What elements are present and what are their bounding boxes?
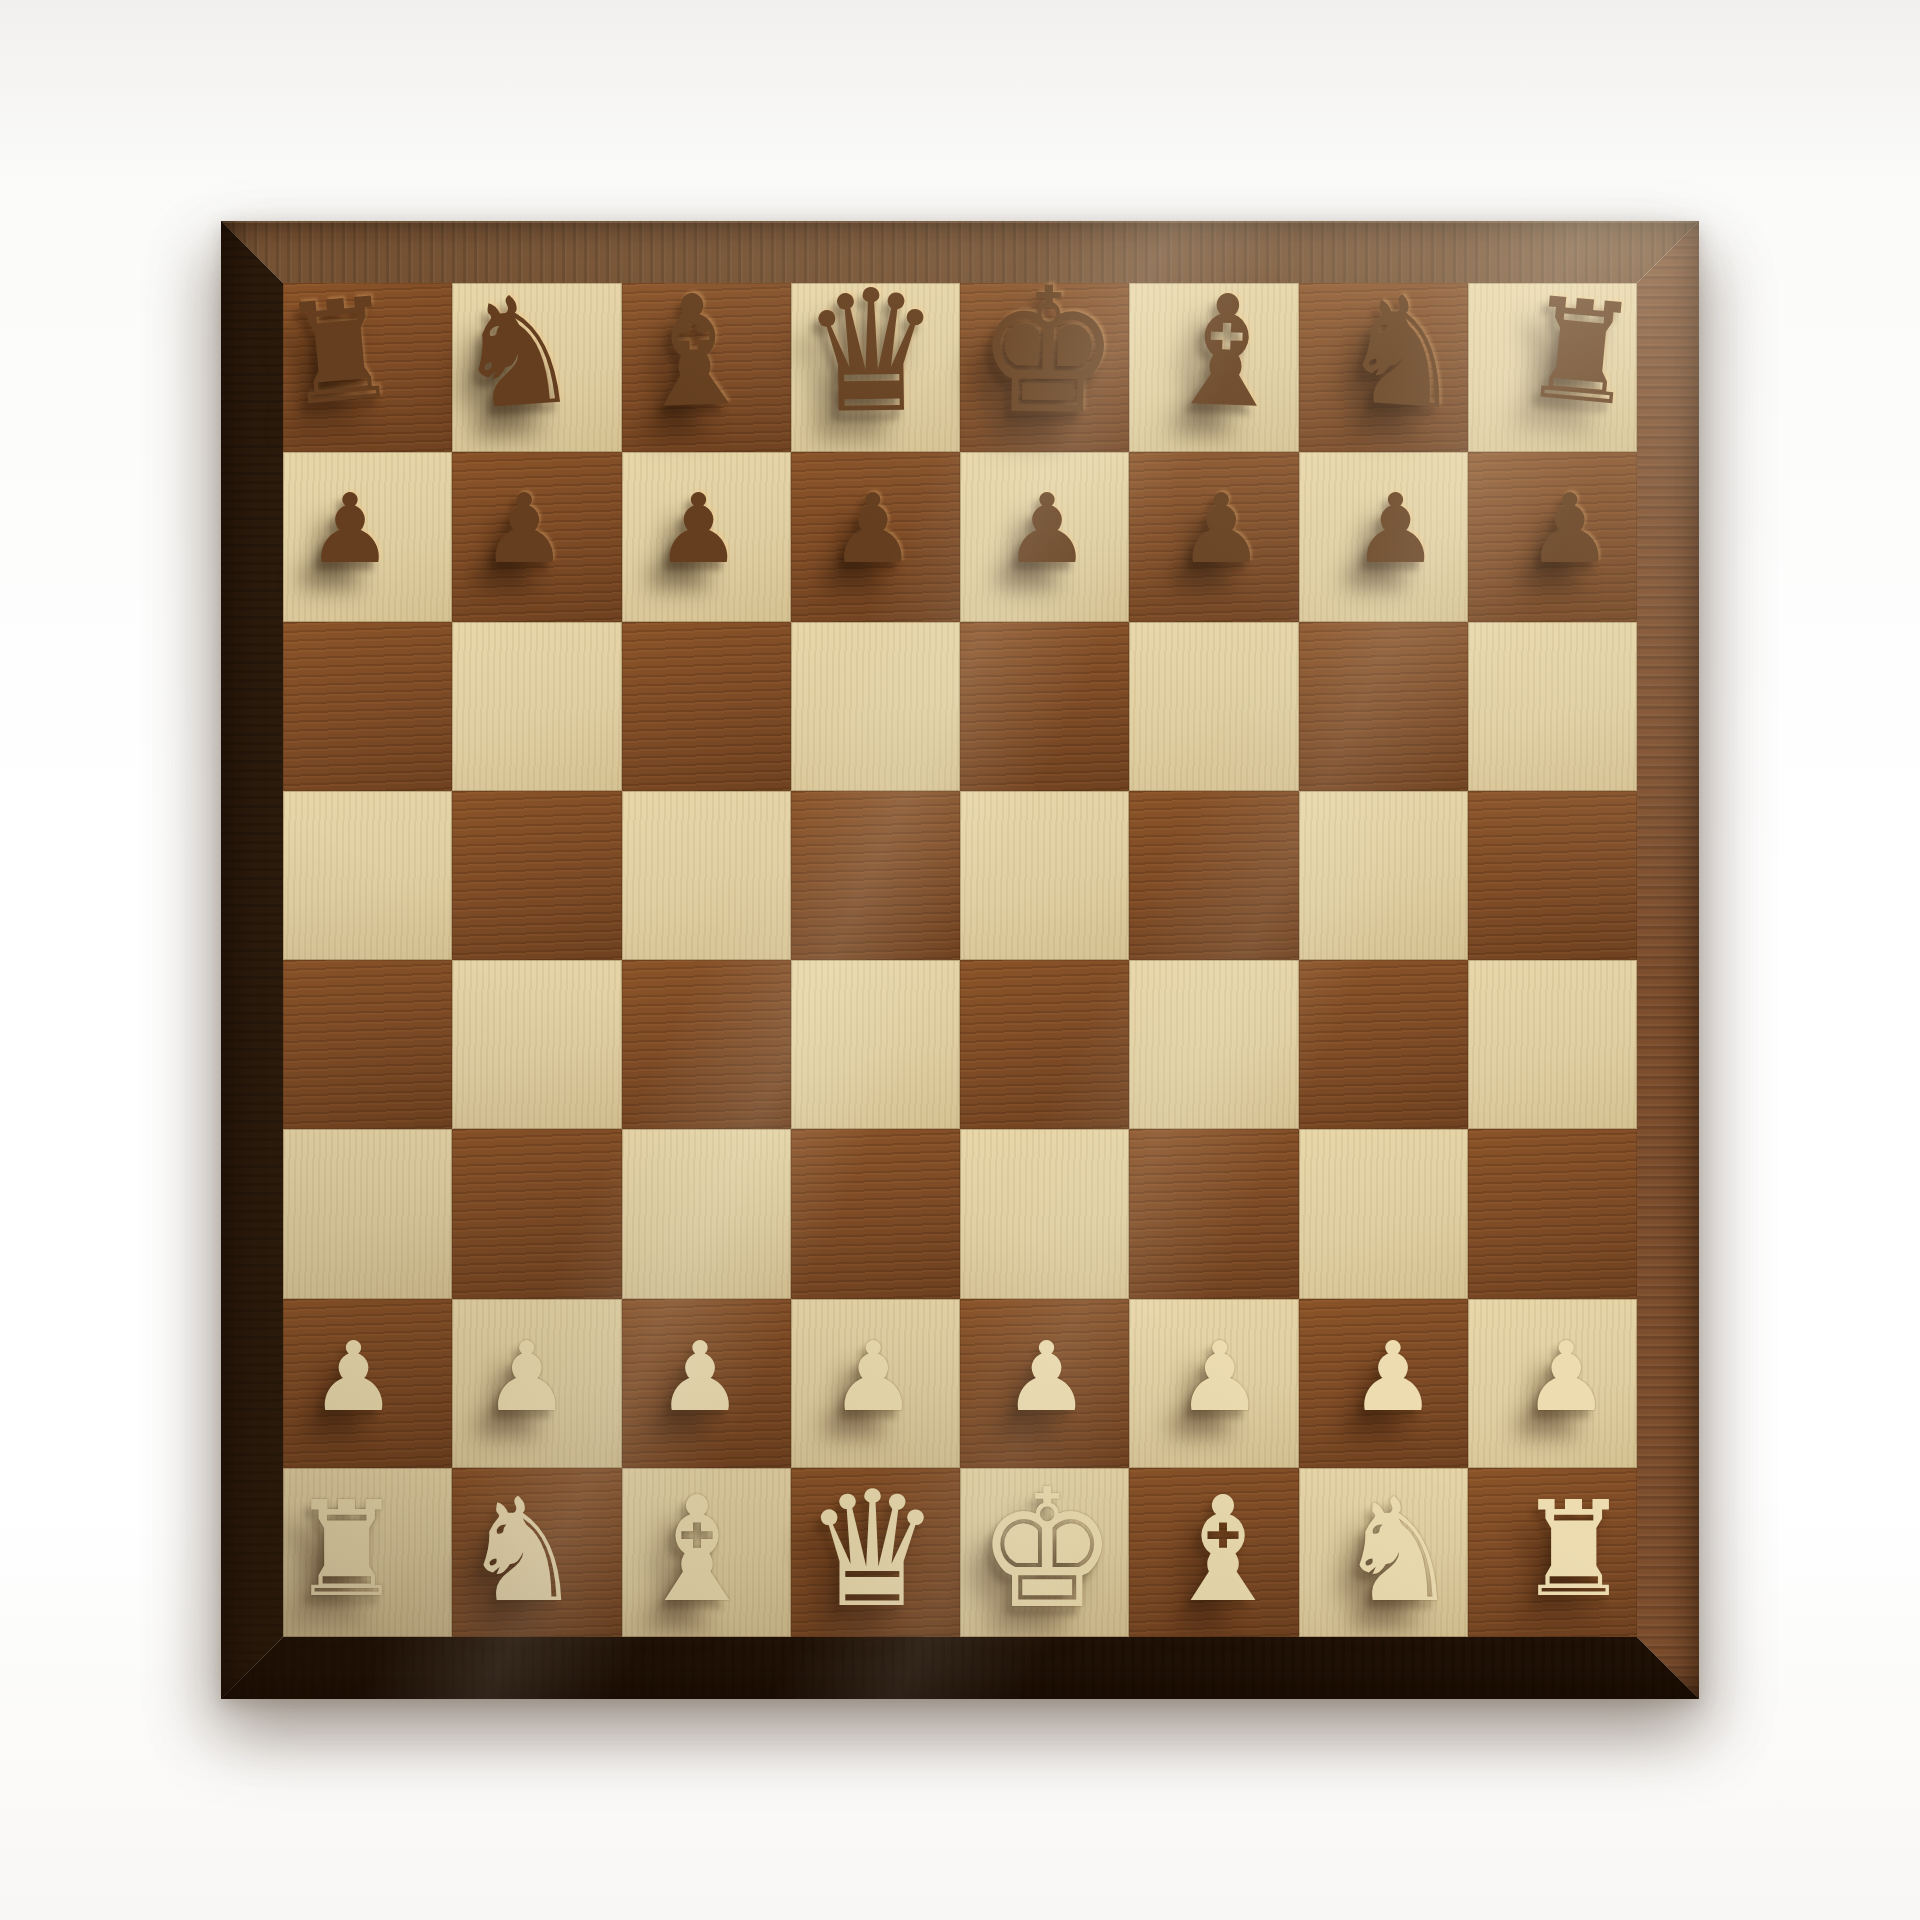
square-a2[interactable]: ♟ xyxy=(283,1299,452,1468)
square-e6[interactable] xyxy=(960,622,1129,791)
square-a4[interactable] xyxy=(283,960,452,1129)
square-f6[interactable] xyxy=(1129,622,1298,791)
square-b8[interactable]: ♞ xyxy=(452,283,621,452)
white-king[interactable]: ♚ xyxy=(977,1468,1117,1632)
square-e1[interactable]: ♚ xyxy=(960,1468,1129,1637)
square-e7[interactable]: ♟ xyxy=(960,452,1129,621)
square-f2[interactable]: ♟ xyxy=(1129,1299,1298,1468)
square-h4[interactable] xyxy=(1468,960,1637,1129)
chess-board: ♜♞♝♛♚♝♞♜♟♟♟♟♟♟♟♟♟♟♟♟♟♟♟♟♜♞♝♛♚♝♞♜ xyxy=(221,221,1699,1699)
black-king[interactable]: ♚ xyxy=(976,264,1121,439)
square-b7[interactable]: ♟ xyxy=(452,452,621,621)
black-pawn[interactable]: ♟ xyxy=(1353,481,1439,577)
square-d5[interactable] xyxy=(791,791,960,960)
white-bishop[interactable]: ♝ xyxy=(635,1478,759,1623)
square-h1[interactable]: ♜ xyxy=(1468,1468,1637,1637)
square-g7[interactable]: ♟ xyxy=(1299,452,1468,621)
square-a6[interactable] xyxy=(283,622,452,791)
square-c2[interactable]: ♟ xyxy=(622,1299,791,1468)
white-pawn[interactable]: ♟ xyxy=(484,1329,570,1425)
square-e8[interactable]: ♚ xyxy=(960,283,1129,452)
black-bishop[interactable]: ♝ xyxy=(628,273,760,431)
square-h2[interactable]: ♟ xyxy=(1468,1299,1637,1468)
square-c1[interactable]: ♝ xyxy=(622,1468,791,1637)
square-d4[interactable] xyxy=(791,960,960,1129)
square-c3[interactable] xyxy=(622,1129,791,1298)
white-rook[interactable]: ♜ xyxy=(290,1484,403,1616)
square-b6[interactable] xyxy=(452,622,621,791)
white-pawn[interactable]: ♟ xyxy=(311,1329,397,1425)
square-g1[interactable]: ♞ xyxy=(1299,1468,1468,1637)
square-e5[interactable] xyxy=(960,791,1129,960)
black-pawn[interactable]: ♟ xyxy=(1527,481,1613,577)
square-b2[interactable]: ♟ xyxy=(452,1299,621,1468)
black-queen[interactable]: ♛ xyxy=(801,266,943,437)
square-h7[interactable]: ♟ xyxy=(1468,452,1637,621)
square-c7[interactable]: ♟ xyxy=(622,452,791,621)
square-a8[interactable]: ♜ xyxy=(283,283,452,452)
black-knight[interactable]: ♞ xyxy=(1336,272,1470,430)
square-g6[interactable] xyxy=(1299,622,1468,791)
black-pawn[interactable]: ♟ xyxy=(481,481,567,577)
square-c5[interactable] xyxy=(622,791,791,960)
white-knight[interactable]: ♞ xyxy=(461,1479,583,1622)
black-knight[interactable]: ♞ xyxy=(450,272,584,430)
white-rook[interactable]: ♜ xyxy=(1517,1484,1630,1616)
black-bishop[interactable]: ♝ xyxy=(1160,273,1292,431)
square-f1[interactable]: ♝ xyxy=(1129,1468,1298,1637)
square-f4[interactable] xyxy=(1129,960,1298,1129)
black-pawn[interactable]: ♟ xyxy=(1004,481,1090,577)
square-h5[interactable] xyxy=(1468,791,1637,960)
white-queen[interactable]: ♛ xyxy=(804,1470,941,1630)
black-pawn[interactable]: ♟ xyxy=(830,481,916,577)
black-rook[interactable]: ♜ xyxy=(1517,277,1644,426)
white-pawn[interactable]: ♟ xyxy=(1350,1329,1436,1425)
square-b4[interactable] xyxy=(452,960,621,1129)
square-g2[interactable]: ♟ xyxy=(1299,1299,1468,1468)
board-grid: ♜♞♝♛♚♝♞♜♟♟♟♟♟♟♟♟♟♟♟♟♟♟♟♟♜♞♝♛♚♝♞♜ xyxy=(283,283,1637,1637)
square-f7[interactable]: ♟ xyxy=(1129,452,1298,621)
square-d7[interactable]: ♟ xyxy=(791,452,960,621)
black-pawn[interactable]: ♟ xyxy=(1178,481,1264,577)
square-d2[interactable]: ♟ xyxy=(791,1299,960,1468)
square-d1[interactable]: ♛ xyxy=(791,1468,960,1637)
square-d8[interactable]: ♛ xyxy=(791,283,960,452)
black-pawn[interactable]: ♟ xyxy=(307,481,393,577)
square-g8[interactable]: ♞ xyxy=(1299,283,1468,452)
square-d3[interactable] xyxy=(791,1129,960,1298)
white-pawn[interactable]: ♟ xyxy=(1177,1329,1263,1425)
square-d6[interactable] xyxy=(791,622,960,791)
square-f3[interactable] xyxy=(1129,1129,1298,1298)
white-pawn[interactable]: ♟ xyxy=(657,1329,743,1425)
square-g4[interactable] xyxy=(1299,960,1468,1129)
square-h8[interactable]: ♜ xyxy=(1468,283,1637,452)
white-bishop[interactable]: ♝ xyxy=(1161,1478,1285,1623)
square-e2[interactable]: ♟ xyxy=(960,1299,1129,1468)
white-pawn[interactable]: ♟ xyxy=(1004,1329,1090,1425)
white-pawn[interactable]: ♟ xyxy=(1523,1329,1609,1425)
square-a3[interactable] xyxy=(283,1129,452,1298)
square-g5[interactable] xyxy=(1299,791,1468,960)
black-rook[interactable]: ♜ xyxy=(276,277,403,426)
white-pawn[interactable]: ♟ xyxy=(830,1329,916,1425)
square-a7[interactable]: ♟ xyxy=(283,452,452,621)
square-c6[interactable] xyxy=(622,622,791,791)
square-b1[interactable]: ♞ xyxy=(452,1468,621,1637)
square-a1[interactable]: ♜ xyxy=(283,1468,452,1637)
square-c4[interactable] xyxy=(622,960,791,1129)
square-b3[interactable] xyxy=(452,1129,621,1298)
square-h6[interactable] xyxy=(1468,622,1637,791)
square-f5[interactable] xyxy=(1129,791,1298,960)
square-b5[interactable] xyxy=(452,791,621,960)
square-f8[interactable]: ♝ xyxy=(1129,283,1298,452)
white-knight[interactable]: ♞ xyxy=(1337,1479,1459,1622)
square-a5[interactable] xyxy=(283,791,452,960)
square-e4[interactable] xyxy=(960,960,1129,1129)
square-g3[interactable] xyxy=(1299,1129,1468,1298)
square-c8[interactable]: ♝ xyxy=(622,283,791,452)
square-h3[interactable] xyxy=(1468,1129,1637,1298)
black-pawn[interactable]: ♟ xyxy=(656,481,742,577)
photo-stage: ♜♞♝♛♚♝♞♜♟♟♟♟♟♟♟♟♟♟♟♟♟♟♟♟♜♞♝♛♚♝♞♜ xyxy=(0,0,1920,1920)
square-e3[interactable] xyxy=(960,1129,1129,1298)
